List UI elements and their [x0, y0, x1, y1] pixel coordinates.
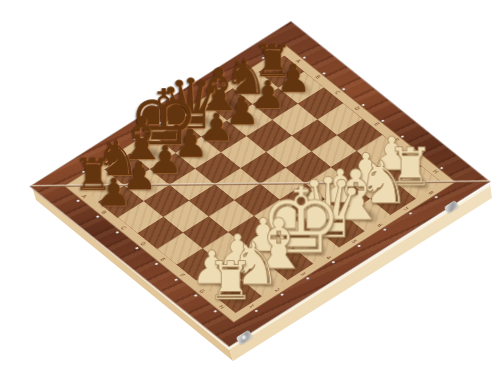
nail-dot-icon [154, 262, 158, 265]
nail-dot-icon [115, 230, 119, 233]
nail-dot-icon [135, 246, 139, 249]
nail-dot-icon [174, 278, 178, 281]
nail-dot-icon [440, 166, 444, 169]
nail-dot-icon [194, 294, 198, 297]
nail-dot-icon [342, 87, 346, 90]
chess-board: ♜♟♟♜♞♟♟♞♝♟♟♝♛♟♟♛♚♟♟♚♝♟♟♝♞♟♟♞♜♟♟♜ AA88BB7… [31, 22, 490, 346]
nail-dot-icon [280, 293, 284, 296]
light-rook[interactable]: ♜ [206, 257, 254, 307]
nail-dot-icon [408, 211, 412, 214]
dark-pawn[interactable]: ♟ [96, 174, 131, 211]
nail-dot-icon [96, 215, 100, 218]
product-photo: ♜♟♟♜♞♟♟♞♝♟♟♝♛♟♟♛♚♟♟♚♝♟♟♝♞♟♟♞♜♟♟♜ AA88BB7… [0, 0, 500, 373]
nail-dot-icon [76, 199, 80, 202]
nail-dot-icon [213, 309, 217, 312]
nail-dot-icon [254, 309, 258, 312]
nail-dot-icon [434, 195, 438, 198]
nail-dot-icon [322, 71, 326, 74]
nail-dot-icon [361, 103, 365, 106]
nail-dot-icon [381, 119, 385, 122]
